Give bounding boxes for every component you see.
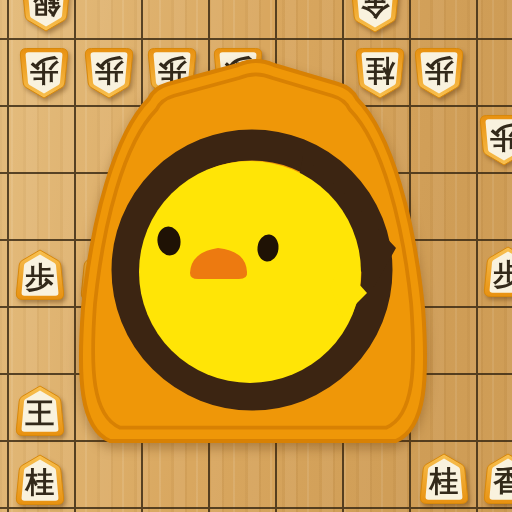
chick-koma xyxy=(0,0,512,512)
chick-face xyxy=(139,161,361,383)
piyo-shogi-app-icon[interactable]: 銀 歩 歩 歩 歩 金 桂 歩 xyxy=(0,0,512,512)
